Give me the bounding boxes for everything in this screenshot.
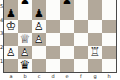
file-label-g: g xyxy=(88,73,102,80)
square-h2[interactable] xyxy=(102,46,116,59)
rank-label-1: 1 xyxy=(0,58,3,64)
square-c5[interactable]: ♟ xyxy=(32,7,46,20)
square-h6[interactable] xyxy=(102,0,116,7)
white-rook-g2[interactable]: ♜♖ xyxy=(88,46,102,59)
white-pawn-c4[interactable]: ♟♙ xyxy=(32,20,46,33)
square-c3[interactable]: ♟♙ xyxy=(32,33,46,46)
square-f3[interactable] xyxy=(74,33,88,46)
square-h3[interactable] xyxy=(102,33,116,46)
square-d5[interactable] xyxy=(46,7,60,20)
file-label-e: e xyxy=(60,73,74,80)
square-e6[interactable]: ♟ xyxy=(60,0,74,7)
black-pawn-c5[interactable]: ♟ xyxy=(32,7,46,20)
square-e3[interactable] xyxy=(60,33,74,46)
square-h5[interactable] xyxy=(102,7,116,20)
square-d1[interactable] xyxy=(46,59,60,72)
square-f4[interactable] xyxy=(74,20,88,33)
white-king-a4[interactable]: ♚♔ xyxy=(4,20,18,33)
black-pawn-a5[interactable]: ♟ xyxy=(4,7,18,20)
white-queen-b3[interactable]: ♛♕ xyxy=(18,33,32,46)
file-label-f: f xyxy=(74,73,88,80)
square-b4[interactable] xyxy=(18,20,32,33)
square-e4[interactable] xyxy=(60,20,74,33)
file-label-c: c xyxy=(32,73,46,80)
square-d4[interactable] xyxy=(46,20,60,33)
white-piece-outline: ♙ xyxy=(18,46,32,59)
square-c4[interactable]: ♟♙ xyxy=(32,20,46,33)
square-a3[interactable] xyxy=(4,33,18,46)
white-piece-outline: ♙ xyxy=(32,20,46,33)
chess-board: ♟♟♟♟♚♔♟♙♛♕♟♙♟♙♟♙♜♖♛ xyxy=(3,0,117,73)
file-label-b: b xyxy=(18,73,32,80)
rank-label-3: 3 xyxy=(0,30,3,36)
square-e5[interactable] xyxy=(60,7,74,20)
rank-label-4: 4 xyxy=(0,17,3,23)
file-label-h: h xyxy=(102,73,116,80)
square-d3[interactable] xyxy=(46,33,60,46)
square-e1[interactable] xyxy=(60,59,74,72)
file-label-d: d xyxy=(46,73,60,80)
square-c1[interactable] xyxy=(32,59,46,72)
black-pawn-e6[interactable]: ♟ xyxy=(60,0,74,7)
square-f2[interactable] xyxy=(74,46,88,59)
white-piece-outline: ♖ xyxy=(88,46,102,59)
square-g3[interactable] xyxy=(88,33,102,46)
square-g6[interactable] xyxy=(88,0,102,7)
white-piece-outline: ♕ xyxy=(18,33,32,46)
black-pawn-b6[interactable]: ♟ xyxy=(18,0,32,7)
square-a2[interactable]: ♟♙ xyxy=(4,46,18,59)
square-g2[interactable]: ♜♖ xyxy=(88,46,102,59)
square-a6[interactable] xyxy=(4,0,18,7)
square-f1[interactable] xyxy=(74,59,88,72)
square-b5[interactable] xyxy=(18,7,32,20)
square-e2[interactable] xyxy=(60,46,74,59)
square-a5[interactable]: ♟ xyxy=(4,7,18,20)
black-queen-b1[interactable]: ♛ xyxy=(18,59,32,72)
rank-label-5: 5 xyxy=(0,3,3,9)
white-pawn-b2[interactable]: ♟♙ xyxy=(18,46,32,59)
file-label-a: a xyxy=(4,73,18,80)
rank-label-2: 2 xyxy=(0,44,3,50)
square-g4[interactable] xyxy=(88,20,102,33)
square-c2[interactable] xyxy=(32,46,46,59)
white-piece-outline: ♙ xyxy=(32,33,46,46)
white-piece-outline: ♙ xyxy=(4,46,18,59)
square-b6[interactable]: ♟ xyxy=(18,0,32,7)
square-d2[interactable] xyxy=(46,46,60,59)
square-h1[interactable] xyxy=(102,59,116,72)
square-c6[interactable] xyxy=(32,0,46,7)
square-h4[interactable] xyxy=(102,20,116,33)
white-pawn-a2[interactable]: ♟♙ xyxy=(4,46,18,59)
square-b3[interactable]: ♛♕ xyxy=(18,33,32,46)
square-b2[interactable]: ♟♙ xyxy=(18,46,32,59)
chess-diagram: ♟♟♟♟♚♔♟♙♛♕♟♙♟♙♟♙♜♖♛ 54321abcdefgh xyxy=(0,0,120,80)
square-f6[interactable] xyxy=(74,0,88,7)
square-a1[interactable] xyxy=(4,59,18,72)
square-g5[interactable] xyxy=(88,7,102,20)
square-a4[interactable]: ♚♔ xyxy=(4,20,18,33)
square-f5[interactable] xyxy=(74,7,88,20)
white-piece-outline: ♔ xyxy=(4,20,18,33)
square-b1[interactable]: ♛ xyxy=(18,59,32,72)
square-g1[interactable] xyxy=(88,59,102,72)
white-pawn-c3[interactable]: ♟♙ xyxy=(32,33,46,46)
square-d6[interactable] xyxy=(46,0,60,7)
